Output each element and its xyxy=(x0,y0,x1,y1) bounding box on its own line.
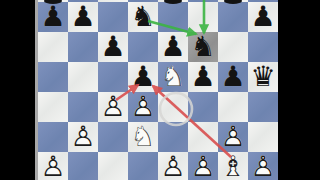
white-piece-outline: ♘ xyxy=(158,62,188,92)
square-f3[interactable] xyxy=(188,122,218,152)
white-piece-outline: ♙ xyxy=(158,152,188,180)
black-piece-fill: ♞ xyxy=(128,2,158,32)
piece-black-pawn-c6[interactable]: ♟ xyxy=(98,32,128,62)
pillarbox-left xyxy=(0,0,35,180)
square-g4[interactable] xyxy=(218,92,248,122)
square-g6[interactable] xyxy=(218,32,248,62)
white-piece-outline: ♙ xyxy=(218,122,248,152)
square-b6[interactable] xyxy=(68,32,98,62)
square-h3[interactable] xyxy=(248,122,278,152)
cropped-piece-fragment-a8 xyxy=(38,0,68,2)
piece-white-pawn-a2[interactable]: ♟♙ xyxy=(38,152,68,180)
square-b4[interactable] xyxy=(68,92,98,122)
white-piece-outline: ♙ xyxy=(68,122,98,152)
square-b2[interactable] xyxy=(68,152,98,180)
square-e3[interactable] xyxy=(158,122,188,152)
piece-black-knight-f6[interactable]: ♞ xyxy=(188,32,218,62)
square-c2[interactable] xyxy=(98,152,128,180)
white-piece-outline: ♙ xyxy=(98,92,128,122)
white-piece-outline: ♘ xyxy=(128,122,158,152)
piece-white-pawn-c4[interactable]: ♟♙ xyxy=(98,92,128,122)
square-c7[interactable] xyxy=(98,2,128,32)
piece-white-pawn-h2[interactable]: ♟♙ xyxy=(248,152,278,180)
square-g7[interactable] xyxy=(218,2,248,32)
black-piece-fill: ♟ xyxy=(98,32,128,62)
piece-black-pawn-a7[interactable]: ♟ xyxy=(38,2,68,32)
square-a4[interactable] xyxy=(38,92,68,122)
cropped-piece-fragment-g8 xyxy=(218,0,248,2)
piece-white-pawn-b3[interactable]: ♟♙ xyxy=(68,122,98,152)
piece-black-queen-h5[interactable]: ♛ xyxy=(248,62,278,92)
piece-white-pawn-e2[interactable]: ♟♙ xyxy=(158,152,188,180)
piece-black-pawn-b7[interactable]: ♟ xyxy=(68,2,98,32)
pillarbox-right xyxy=(279,0,320,180)
white-piece-outline: ♙ xyxy=(248,152,278,180)
piece-black-knight-d7[interactable]: ♞ xyxy=(128,2,158,32)
piece-black-pawn-e6[interactable]: ♟ xyxy=(158,32,188,62)
square-a5[interactable] xyxy=(38,62,68,92)
white-piece-outline: ♙ xyxy=(188,152,218,180)
piece-white-pawn-d4[interactable]: ♟♙ xyxy=(128,92,158,122)
square-a6[interactable] xyxy=(38,32,68,62)
piece-white-knight-d3[interactable]: ♞♘ xyxy=(128,122,158,152)
white-piece-outline: ♙ xyxy=(38,152,68,180)
square-h4[interactable] xyxy=(248,92,278,122)
white-piece-outline: ♙ xyxy=(128,92,158,122)
black-piece-fill: ♟ xyxy=(68,2,98,32)
square-a3[interactable] xyxy=(38,122,68,152)
black-piece-fill: ♟ xyxy=(158,32,188,62)
square-c3[interactable] xyxy=(98,122,128,152)
square-f7[interactable] xyxy=(188,2,218,32)
black-piece-fill: ♟ xyxy=(188,62,218,92)
square-d6[interactable] xyxy=(128,32,158,62)
video-frame: ♟♟♞♟♟♟♞♟♞♘♟♟♛♟♙♟♙♟♙♞♘♟♙♟♙♟♙♟♙♝♗♟♙ xyxy=(0,0,320,180)
white-piece-outline: ♗ xyxy=(218,152,248,180)
square-c5[interactable] xyxy=(98,62,128,92)
cropped-piece-fragment-e8 xyxy=(158,0,188,2)
square-f4[interactable] xyxy=(188,92,218,122)
black-piece-fill: ♟ xyxy=(218,62,248,92)
piece-white-pawn-f2[interactable]: ♟♙ xyxy=(188,152,218,180)
black-piece-fill: ♞ xyxy=(188,32,218,62)
black-piece-fill: ♟ xyxy=(38,2,68,32)
black-piece-fill: ♟ xyxy=(128,62,158,92)
black-piece-fill: ♟ xyxy=(248,2,278,32)
square-e7[interactable] xyxy=(158,2,188,32)
black-piece-fill: ♛ xyxy=(248,62,278,92)
square-b5[interactable] xyxy=(68,62,98,92)
square-e4[interactable] xyxy=(158,92,188,122)
piece-black-pawn-g5[interactable]: ♟ xyxy=(218,62,248,92)
piece-white-bishop-g2[interactable]: ♝♗ xyxy=(218,152,248,180)
square-d2[interactable] xyxy=(128,152,158,180)
piece-black-pawn-h7[interactable]: ♟ xyxy=(248,2,278,32)
square-h6[interactable] xyxy=(248,32,278,62)
piece-white-pawn-g3[interactable]: ♟♙ xyxy=(218,122,248,152)
piece-white-knight-e5[interactable]: ♞♘ xyxy=(158,62,188,92)
chess-board[interactable]: ♟♟♞♟♟♟♞♟♞♘♟♟♛♟♙♟♙♟♙♞♘♟♙♟♙♟♙♟♙♝♗♟♙ xyxy=(38,0,278,180)
piece-black-pawn-f5[interactable]: ♟ xyxy=(188,62,218,92)
piece-black-pawn-d5[interactable]: ♟ xyxy=(128,62,158,92)
